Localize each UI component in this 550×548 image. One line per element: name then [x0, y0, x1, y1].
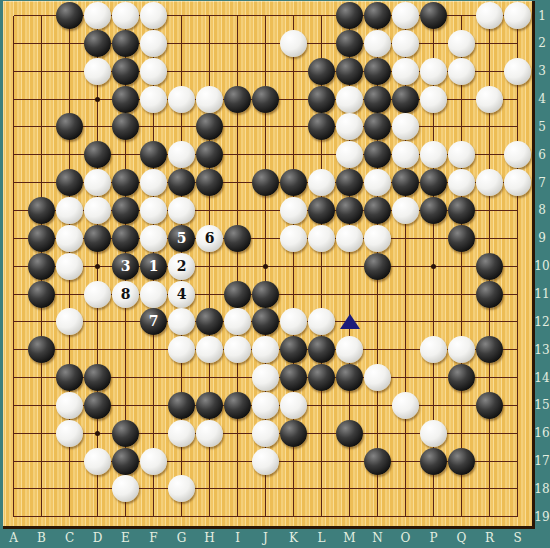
white-stone: [252, 336, 279, 363]
white-stone: 8: [112, 281, 139, 308]
white-stone: [420, 336, 447, 363]
row-label: 13: [533, 343, 550, 357]
black-stone: [336, 169, 363, 196]
black-stone: [224, 86, 251, 113]
column-label: A: [4, 531, 24, 545]
black-stone: [448, 225, 475, 252]
black-stone: [252, 169, 279, 196]
column-label: K: [284, 531, 304, 545]
white-stone: [168, 86, 195, 113]
black-stone: [448, 197, 475, 224]
white-stone: [308, 169, 335, 196]
black-stone: [168, 392, 195, 419]
column-label: G: [172, 531, 192, 545]
white-stone: [364, 225, 391, 252]
black-stone: [280, 169, 307, 196]
white-stone: [140, 58, 167, 85]
white-stone: [392, 392, 419, 419]
black-stone: [28, 253, 55, 280]
white-stone: [336, 225, 363, 252]
white-stone: [476, 2, 503, 29]
black-stone: [308, 58, 335, 85]
white-stone: [56, 253, 83, 280]
black-stone: [56, 364, 83, 391]
white-stone: [392, 58, 419, 85]
black-stone: [308, 86, 335, 113]
white-stone: [252, 448, 279, 475]
white-stone: [448, 336, 475, 363]
white-stone: [84, 169, 111, 196]
column-label: Q: [452, 531, 472, 545]
black-stone: 5: [168, 225, 195, 252]
white-stone: [140, 86, 167, 113]
white-stone: [252, 392, 279, 419]
row-label: 19: [533, 510, 550, 524]
black-stone: [336, 58, 363, 85]
column-label: C: [60, 531, 80, 545]
white-stone: [84, 197, 111, 224]
white-stone: [280, 392, 307, 419]
white-stone: [392, 2, 419, 29]
white-stone: [308, 225, 335, 252]
black-stone: [280, 336, 307, 363]
white-stone: [140, 197, 167, 224]
black-stone: [336, 2, 363, 29]
black-stone: [84, 392, 111, 419]
white-stone: [280, 30, 307, 57]
white-stone: [476, 169, 503, 196]
black-stone: [448, 448, 475, 475]
black-stone: [224, 392, 251, 419]
white-stone: [448, 30, 475, 57]
white-stone: [140, 2, 167, 29]
black-stone: [112, 58, 139, 85]
black-stone: [392, 169, 419, 196]
black-stone: [364, 2, 391, 29]
row-label: 17: [533, 454, 550, 468]
column-label: M: [340, 531, 360, 545]
black-stone: 3: [112, 253, 139, 280]
column-label: H: [200, 531, 220, 545]
column-label: E: [116, 531, 136, 545]
white-stone: [336, 86, 363, 113]
black-stone: [84, 364, 111, 391]
black-stone: [28, 336, 55, 363]
white-stone: [168, 336, 195, 363]
row-label: 12: [533, 315, 550, 329]
column-label: N: [368, 531, 388, 545]
black-stone: [308, 364, 335, 391]
white-stone: [420, 58, 447, 85]
black-stone: [84, 225, 111, 252]
black-stone: [112, 30, 139, 57]
black-stone: [56, 169, 83, 196]
white-stone: [280, 225, 307, 252]
black-stone: [336, 30, 363, 57]
black-stone: [420, 2, 447, 29]
grid-line: [517, 16, 518, 517]
black-stone: [168, 169, 195, 196]
black-stone: [420, 169, 447, 196]
column-label: L: [312, 531, 332, 545]
column-label: P: [424, 531, 444, 545]
black-stone: [364, 448, 391, 475]
black-stone: 1: [140, 253, 167, 280]
black-stone: [28, 197, 55, 224]
white-stone: [336, 336, 363, 363]
row-label: 7: [533, 176, 550, 190]
black-stone: [364, 86, 391, 113]
triangle-marker: [340, 314, 360, 329]
white-stone: [140, 30, 167, 57]
white-stone: [224, 336, 251, 363]
white-stone: [84, 2, 111, 29]
column-label: I: [228, 531, 248, 545]
row-label: 9: [533, 231, 550, 245]
black-stone: [476, 253, 503, 280]
column-label: S: [508, 531, 528, 545]
black-stone: [224, 225, 251, 252]
white-stone: [364, 30, 391, 57]
black-stone: [280, 364, 307, 391]
black-stone: [280, 420, 307, 447]
black-stone: [252, 86, 279, 113]
black-stone: [420, 448, 447, 475]
white-stone: [364, 169, 391, 196]
black-stone: [112, 197, 139, 224]
black-stone: [364, 253, 391, 280]
black-stone: [336, 364, 363, 391]
black-stone: [476, 336, 503, 363]
white-stone: [392, 30, 419, 57]
row-label: 16: [533, 426, 550, 440]
white-stone: [140, 225, 167, 252]
black-stone: [196, 169, 223, 196]
black-stone: [112, 420, 139, 447]
white-stone: [84, 448, 111, 475]
white-stone: [448, 169, 475, 196]
white-stone: 2: [168, 253, 195, 280]
black-stone: [112, 448, 139, 475]
white-stone: [56, 197, 83, 224]
black-stone: [112, 169, 139, 196]
white-stone: [112, 2, 139, 29]
black-stone: [252, 281, 279, 308]
white-stone: [364, 364, 391, 391]
white-stone: [392, 197, 419, 224]
column-label: F: [144, 531, 164, 545]
black-stone: [28, 281, 55, 308]
grid-line: [14, 516, 518, 517]
row-label: 3: [533, 64, 550, 78]
black-stone: [112, 86, 139, 113]
black-stone: [224, 281, 251, 308]
white-stone: [196, 336, 223, 363]
black-stone: [336, 420, 363, 447]
column-label: D: [88, 531, 108, 545]
column-label: B: [32, 531, 52, 545]
white-stone: [140, 448, 167, 475]
black-stone: [56, 2, 83, 29]
star-point: [263, 264, 268, 269]
black-stone: [84, 30, 111, 57]
column-label: O: [396, 531, 416, 545]
white-stone: 4: [168, 281, 195, 308]
black-stone: [392, 86, 419, 113]
black-stone: [420, 197, 447, 224]
row-label: 10: [533, 259, 550, 273]
column-label: J: [256, 531, 276, 545]
black-stone: [112, 225, 139, 252]
star-point: [95, 97, 100, 102]
black-stone: [28, 225, 55, 252]
row-label: 4: [533, 92, 550, 106]
row-label: 6: [533, 148, 550, 162]
black-stone: [476, 392, 503, 419]
black-stone: [336, 197, 363, 224]
white-stone: [476, 86, 503, 113]
black-stone: [448, 364, 475, 391]
white-stone: [84, 58, 111, 85]
white-stone: [56, 392, 83, 419]
white-stone: [420, 420, 447, 447]
row-label: 8: [533, 203, 550, 217]
row-label: 2: [533, 36, 550, 50]
star-point: [95, 264, 100, 269]
grid-line: [14, 488, 518, 489]
black-stone: [364, 58, 391, 85]
star-point: [431, 264, 436, 269]
white-stone: [504, 58, 531, 85]
row-label: 15: [533, 398, 550, 412]
black-stone: [476, 281, 503, 308]
black-stone: [308, 197, 335, 224]
white-stone: [168, 420, 195, 447]
white-stone: [56, 225, 83, 252]
white-stone: [196, 86, 223, 113]
row-label: 1: [533, 9, 550, 23]
black-stone: [196, 392, 223, 419]
row-label: 11: [533, 287, 550, 301]
grid-line: [461, 16, 462, 517]
row-label: 5: [533, 120, 550, 134]
white-stone: [56, 420, 83, 447]
white-stone: [168, 197, 195, 224]
white-stone: [420, 86, 447, 113]
go-board-applet: 56312847ABCDEFGHIJKLMNOPQRS1234567891011…: [0, 0, 550, 548]
column-label: R: [480, 531, 500, 545]
white-stone: [504, 2, 531, 29]
white-stone: [140, 281, 167, 308]
white-stone: [280, 197, 307, 224]
white-stone: [252, 364, 279, 391]
white-stone: 6: [196, 225, 223, 252]
white-stone: [252, 420, 279, 447]
black-stone: [308, 336, 335, 363]
white-stone: [196, 420, 223, 447]
white-stone: [448, 58, 475, 85]
white-stone: [140, 169, 167, 196]
white-stone: [84, 281, 111, 308]
black-stone: [364, 197, 391, 224]
white-stone: [504, 169, 531, 196]
row-label: 14: [533, 371, 550, 385]
star-point: [95, 431, 100, 436]
row-label: 18: [533, 482, 550, 496]
